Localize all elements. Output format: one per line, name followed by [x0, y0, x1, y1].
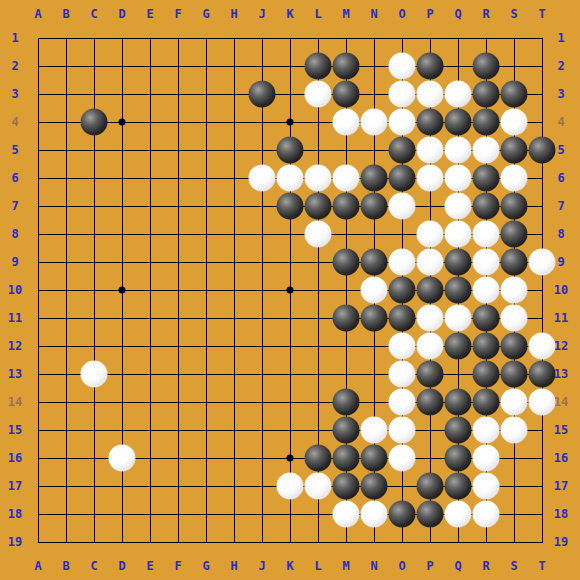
- column-label: R: [482, 560, 489, 572]
- column-label: A: [34, 8, 41, 20]
- black-stone: [333, 193, 360, 220]
- white-stone: [445, 137, 472, 164]
- column-label: F: [174, 560, 181, 572]
- white-stone: [389, 417, 416, 444]
- white-stone: [249, 165, 276, 192]
- grid-line-horizontal: [38, 374, 543, 375]
- white-stone: [277, 473, 304, 500]
- column-label: S: [510, 560, 517, 572]
- white-stone: [417, 249, 444, 276]
- row-label: 4: [557, 116, 564, 128]
- black-stone: [333, 249, 360, 276]
- black-stone: [417, 361, 444, 388]
- white-stone: [305, 81, 332, 108]
- column-label: J: [258, 560, 265, 572]
- black-stone: [445, 249, 472, 276]
- white-stone: [389, 53, 416, 80]
- column-label: H: [230, 8, 237, 20]
- row-label: 2: [11, 60, 18, 72]
- black-stone: [333, 53, 360, 80]
- column-label: G: [202, 8, 209, 20]
- column-label: T: [538, 8, 545, 20]
- black-stone: [501, 249, 528, 276]
- column-label: G: [202, 560, 209, 572]
- row-label: 13: [8, 368, 22, 380]
- black-stone: [501, 193, 528, 220]
- row-label: 14: [8, 396, 22, 408]
- black-stone: [81, 109, 108, 136]
- black-stone: [529, 361, 556, 388]
- white-stone: [501, 277, 528, 304]
- white-stone: [473, 445, 500, 472]
- column-label: P: [426, 560, 433, 572]
- row-label: 5: [557, 144, 564, 156]
- white-stone: [473, 473, 500, 500]
- white-stone: [417, 137, 444, 164]
- white-stone: [305, 165, 332, 192]
- row-label: 7: [11, 200, 18, 212]
- white-stone: [501, 165, 528, 192]
- white-stone: [417, 305, 444, 332]
- column-label: Q: [454, 560, 461, 572]
- column-label: O: [398, 8, 405, 20]
- row-label: 8: [557, 228, 564, 240]
- column-label: N: [370, 560, 377, 572]
- white-stone: [501, 417, 528, 444]
- black-stone: [473, 361, 500, 388]
- row-label: 16: [554, 452, 568, 464]
- black-stone: [529, 137, 556, 164]
- row-label: 17: [8, 480, 22, 492]
- row-label: 13: [554, 368, 568, 380]
- black-stone: [333, 305, 360, 332]
- black-stone: [333, 389, 360, 416]
- black-stone: [333, 417, 360, 444]
- white-stone: [417, 81, 444, 108]
- black-stone: [389, 165, 416, 192]
- black-stone: [473, 53, 500, 80]
- white-stone: [473, 277, 500, 304]
- black-stone: [417, 473, 444, 500]
- column-label: L: [314, 8, 321, 20]
- white-stone: [473, 249, 500, 276]
- white-stone: [389, 109, 416, 136]
- white-stone: [445, 501, 472, 528]
- black-stone: [473, 389, 500, 416]
- white-stone: [529, 389, 556, 416]
- black-stone: [361, 249, 388, 276]
- row-label: 9: [11, 256, 18, 268]
- black-stone: [501, 137, 528, 164]
- column-label: K: [286, 8, 293, 20]
- black-stone: [305, 445, 332, 472]
- row-label: 14: [554, 396, 568, 408]
- white-stone: [501, 305, 528, 332]
- black-stone: [361, 473, 388, 500]
- column-label: O: [398, 560, 405, 572]
- column-label: D: [118, 560, 125, 572]
- white-stone: [417, 221, 444, 248]
- grid-line-horizontal: [38, 542, 543, 543]
- white-stone: [333, 109, 360, 136]
- row-label: 2: [557, 60, 564, 72]
- column-label: T: [538, 560, 545, 572]
- white-stone: [417, 333, 444, 360]
- white-stone: [81, 361, 108, 388]
- column-label: E: [146, 8, 153, 20]
- black-stone: [389, 137, 416, 164]
- black-stone: [417, 389, 444, 416]
- black-stone: [361, 445, 388, 472]
- black-stone: [445, 417, 472, 444]
- white-stone: [445, 193, 472, 220]
- row-label: 11: [554, 312, 568, 324]
- column-label: P: [426, 8, 433, 20]
- column-label: F: [174, 8, 181, 20]
- white-stone: [445, 305, 472, 332]
- star-point: [287, 119, 294, 126]
- white-stone: [277, 165, 304, 192]
- white-stone: [389, 81, 416, 108]
- white-stone: [417, 165, 444, 192]
- row-label: 6: [11, 172, 18, 184]
- star-point: [287, 455, 294, 462]
- black-stone: [445, 277, 472, 304]
- black-stone: [389, 305, 416, 332]
- row-label: 4: [11, 116, 18, 128]
- row-label: 9: [557, 256, 564, 268]
- black-stone: [277, 137, 304, 164]
- row-label: 19: [554, 536, 568, 548]
- white-stone: [389, 361, 416, 388]
- column-label: B: [62, 8, 69, 20]
- go-board[interactable]: ABCDEFGHJKLMNOPQRST ABCDEFGHJKLMNOPQRST …: [0, 0, 580, 580]
- black-stone: [473, 305, 500, 332]
- white-stone: [333, 165, 360, 192]
- column-label: A: [34, 560, 41, 572]
- row-label: 15: [554, 424, 568, 436]
- black-stone: [417, 53, 444, 80]
- column-label: N: [370, 8, 377, 20]
- row-label: 5: [11, 144, 18, 156]
- black-stone: [305, 53, 332, 80]
- white-stone: [445, 81, 472, 108]
- white-stone: [529, 249, 556, 276]
- row-label: 1: [11, 32, 18, 44]
- row-label: 10: [554, 284, 568, 296]
- black-stone: [473, 81, 500, 108]
- black-stone: [333, 445, 360, 472]
- white-stone: [109, 445, 136, 472]
- white-stone: [389, 389, 416, 416]
- column-label: M: [342, 8, 349, 20]
- column-label: E: [146, 560, 153, 572]
- black-stone: [333, 81, 360, 108]
- white-stone: [361, 109, 388, 136]
- row-label: 10: [8, 284, 22, 296]
- white-stone: [501, 109, 528, 136]
- white-stone: [305, 221, 332, 248]
- black-stone: [389, 277, 416, 304]
- black-stone: [473, 109, 500, 136]
- row-label: 12: [8, 340, 22, 352]
- black-stone: [333, 473, 360, 500]
- black-stone: [501, 361, 528, 388]
- row-label: 6: [557, 172, 564, 184]
- star-point: [287, 287, 294, 294]
- column-label: H: [230, 560, 237, 572]
- black-stone: [361, 193, 388, 220]
- white-stone: [473, 221, 500, 248]
- star-point: [119, 287, 126, 294]
- black-stone: [501, 81, 528, 108]
- black-stone: [445, 109, 472, 136]
- star-point: [119, 119, 126, 126]
- white-stone: [361, 501, 388, 528]
- column-label: D: [118, 8, 125, 20]
- white-stone: [473, 137, 500, 164]
- row-label: 8: [11, 228, 18, 240]
- black-stone: [305, 193, 332, 220]
- column-label: L: [314, 560, 321, 572]
- white-stone: [473, 501, 500, 528]
- black-stone: [389, 501, 416, 528]
- column-label: J: [258, 8, 265, 20]
- white-stone: [501, 389, 528, 416]
- white-stone: [389, 445, 416, 472]
- row-label: 18: [554, 508, 568, 520]
- row-label: 3: [557, 88, 564, 100]
- row-label: 11: [8, 312, 22, 324]
- row-label: 15: [8, 424, 22, 436]
- black-stone: [417, 277, 444, 304]
- grid-line-vertical: [542, 38, 543, 543]
- black-stone: [445, 389, 472, 416]
- white-stone: [305, 473, 332, 500]
- column-label: C: [90, 8, 97, 20]
- black-stone: [417, 501, 444, 528]
- white-stone: [445, 221, 472, 248]
- row-label: 17: [554, 480, 568, 492]
- row-label: 3: [11, 88, 18, 100]
- column-label: B: [62, 560, 69, 572]
- column-label: Q: [454, 8, 461, 20]
- column-label: M: [342, 560, 349, 572]
- row-label: 12: [554, 340, 568, 352]
- black-stone: [361, 165, 388, 192]
- white-stone: [389, 249, 416, 276]
- column-label: K: [286, 560, 293, 572]
- white-stone: [473, 417, 500, 444]
- white-stone: [361, 417, 388, 444]
- white-stone: [389, 333, 416, 360]
- black-stone: [445, 445, 472, 472]
- white-stone: [445, 165, 472, 192]
- row-label: 1: [557, 32, 564, 44]
- row-label: 7: [557, 200, 564, 212]
- black-stone: [445, 333, 472, 360]
- black-stone: [361, 305, 388, 332]
- black-stone: [417, 109, 444, 136]
- row-label: 16: [8, 452, 22, 464]
- white-stone: [529, 333, 556, 360]
- black-stone: [249, 81, 276, 108]
- column-label: C: [90, 560, 97, 572]
- black-stone: [445, 473, 472, 500]
- black-stone: [501, 333, 528, 360]
- black-stone: [277, 193, 304, 220]
- column-label: S: [510, 8, 517, 20]
- row-label: 18: [8, 508, 22, 520]
- white-stone: [333, 501, 360, 528]
- white-stone: [361, 277, 388, 304]
- black-stone: [473, 193, 500, 220]
- black-stone: [473, 333, 500, 360]
- column-label: R: [482, 8, 489, 20]
- black-stone: [501, 221, 528, 248]
- row-label: 19: [8, 536, 22, 548]
- white-stone: [389, 193, 416, 220]
- black-stone: [473, 165, 500, 192]
